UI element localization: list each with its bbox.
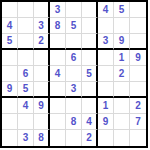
cell-r2c8[interactable]: [114, 18, 130, 34]
cell-r8c7[interactable]: 9: [98, 114, 114, 130]
cell-r7c8[interactable]: [114, 98, 130, 114]
cell-r3c1[interactable]: 5: [2, 34, 18, 50]
cell-r2c5[interactable]: 5: [66, 18, 82, 34]
cell-r8c9[interactable]: 7: [130, 114, 146, 130]
cell-r9c2[interactable]: 3: [18, 130, 34, 146]
cell-r6c5[interactable]: 3: [66, 82, 82, 98]
cell-r1c4[interactable]: 3: [50, 2, 66, 18]
cell-r3c9[interactable]: [130, 34, 146, 50]
cell-r5c5[interactable]: [66, 66, 82, 82]
cell-r3c4[interactable]: [50, 34, 66, 50]
cell-r3c5[interactable]: [66, 34, 82, 50]
cell-r1c7[interactable]: 4: [98, 2, 114, 18]
cell-r9c9[interactable]: [130, 130, 146, 146]
cell-r2c6[interactable]: [82, 18, 98, 34]
cell-r5c4[interactable]: 4: [50, 66, 66, 82]
cell-r6c3[interactable]: [34, 82, 50, 98]
cell-r1c6[interactable]: [82, 2, 98, 18]
cell-r1c3[interactable]: [34, 2, 50, 18]
cell-r4c1[interactable]: [2, 50, 18, 66]
cell-r4c9[interactable]: 9: [130, 50, 146, 66]
cell-r7c1[interactable]: [2, 98, 18, 114]
cell-r7c6[interactable]: [82, 98, 98, 114]
cell-r4c7[interactable]: [98, 50, 114, 66]
cell-r8c1[interactable]: [2, 114, 18, 130]
cell-r2c3[interactable]: 3: [34, 18, 50, 34]
cell-r8c3[interactable]: [34, 114, 50, 130]
cell-r3c8[interactable]: 9: [114, 34, 130, 50]
cell-r4c3[interactable]: [34, 50, 50, 66]
cell-r4c2[interactable]: [18, 50, 34, 66]
cell-r7c7[interactable]: 1: [98, 98, 114, 114]
cell-r9c3[interactable]: 8: [34, 130, 50, 146]
cell-r7c2[interactable]: 4: [18, 98, 34, 114]
cell-r9c5[interactable]: [66, 130, 82, 146]
cell-r2c7[interactable]: [98, 18, 114, 34]
cell-r2c4[interactable]: 8: [50, 18, 66, 34]
cell-r1c2[interactable]: [18, 2, 34, 18]
cell-r4c6[interactable]: [82, 50, 98, 66]
cell-r8c2[interactable]: [18, 114, 34, 130]
cell-r5c3[interactable]: [34, 66, 50, 82]
cell-r3c7[interactable]: 3: [98, 34, 114, 50]
cell-r8c8[interactable]: [114, 114, 130, 130]
cell-r9c7[interactable]: [98, 130, 114, 146]
cell-r1c8[interactable]: 5: [114, 2, 130, 18]
cell-r9c4[interactable]: [50, 130, 66, 146]
cell-r5c6[interactable]: 5: [82, 66, 98, 82]
cell-r5c8[interactable]: 2: [114, 66, 130, 82]
cell-r3c3[interactable]: 2: [34, 34, 50, 50]
sudoku-board: 34543855239619645295349128497382: [0, 0, 148, 148]
cell-r8c4[interactable]: [50, 114, 66, 130]
cell-r7c5[interactable]: [66, 98, 82, 114]
cell-r1c1[interactable]: [2, 2, 18, 18]
cell-r3c2[interactable]: [18, 34, 34, 50]
cell-r7c4[interactable]: [50, 98, 66, 114]
cell-r3c6[interactable]: [82, 34, 98, 50]
cell-r4c8[interactable]: 1: [114, 50, 130, 66]
cell-r1c5[interactable]: [66, 2, 82, 18]
cell-r6c7[interactable]: [98, 82, 114, 98]
cell-r9c6[interactable]: 2: [82, 130, 98, 146]
cell-r7c3[interactable]: 9: [34, 98, 50, 114]
cell-r2c1[interactable]: 4: [2, 18, 18, 34]
cell-r8c5[interactable]: 8: [66, 114, 82, 130]
cell-r2c9[interactable]: [130, 18, 146, 34]
cell-r7c9[interactable]: 2: [130, 98, 146, 114]
cell-r4c5[interactable]: 6: [66, 50, 82, 66]
cell-r5c7[interactable]: [98, 66, 114, 82]
cell-r5c1[interactable]: [2, 66, 18, 82]
cell-r6c2[interactable]: 5: [18, 82, 34, 98]
cell-r2c2[interactable]: [18, 18, 34, 34]
cell-r6c6[interactable]: [82, 82, 98, 98]
cell-r5c9[interactable]: [130, 66, 146, 82]
cell-r4c4[interactable]: [50, 50, 66, 66]
cell-r5c2[interactable]: 6: [18, 66, 34, 82]
cell-r1c9[interactable]: [130, 2, 146, 18]
cell-r6c4[interactable]: [50, 82, 66, 98]
cell-r6c8[interactable]: [114, 82, 130, 98]
cell-r9c8[interactable]: [114, 130, 130, 146]
cell-r9c1[interactable]: [2, 130, 18, 146]
cell-r6c1[interactable]: 9: [2, 82, 18, 98]
cell-r8c6[interactable]: 4: [82, 114, 98, 130]
cell-r6c9[interactable]: [130, 82, 146, 98]
